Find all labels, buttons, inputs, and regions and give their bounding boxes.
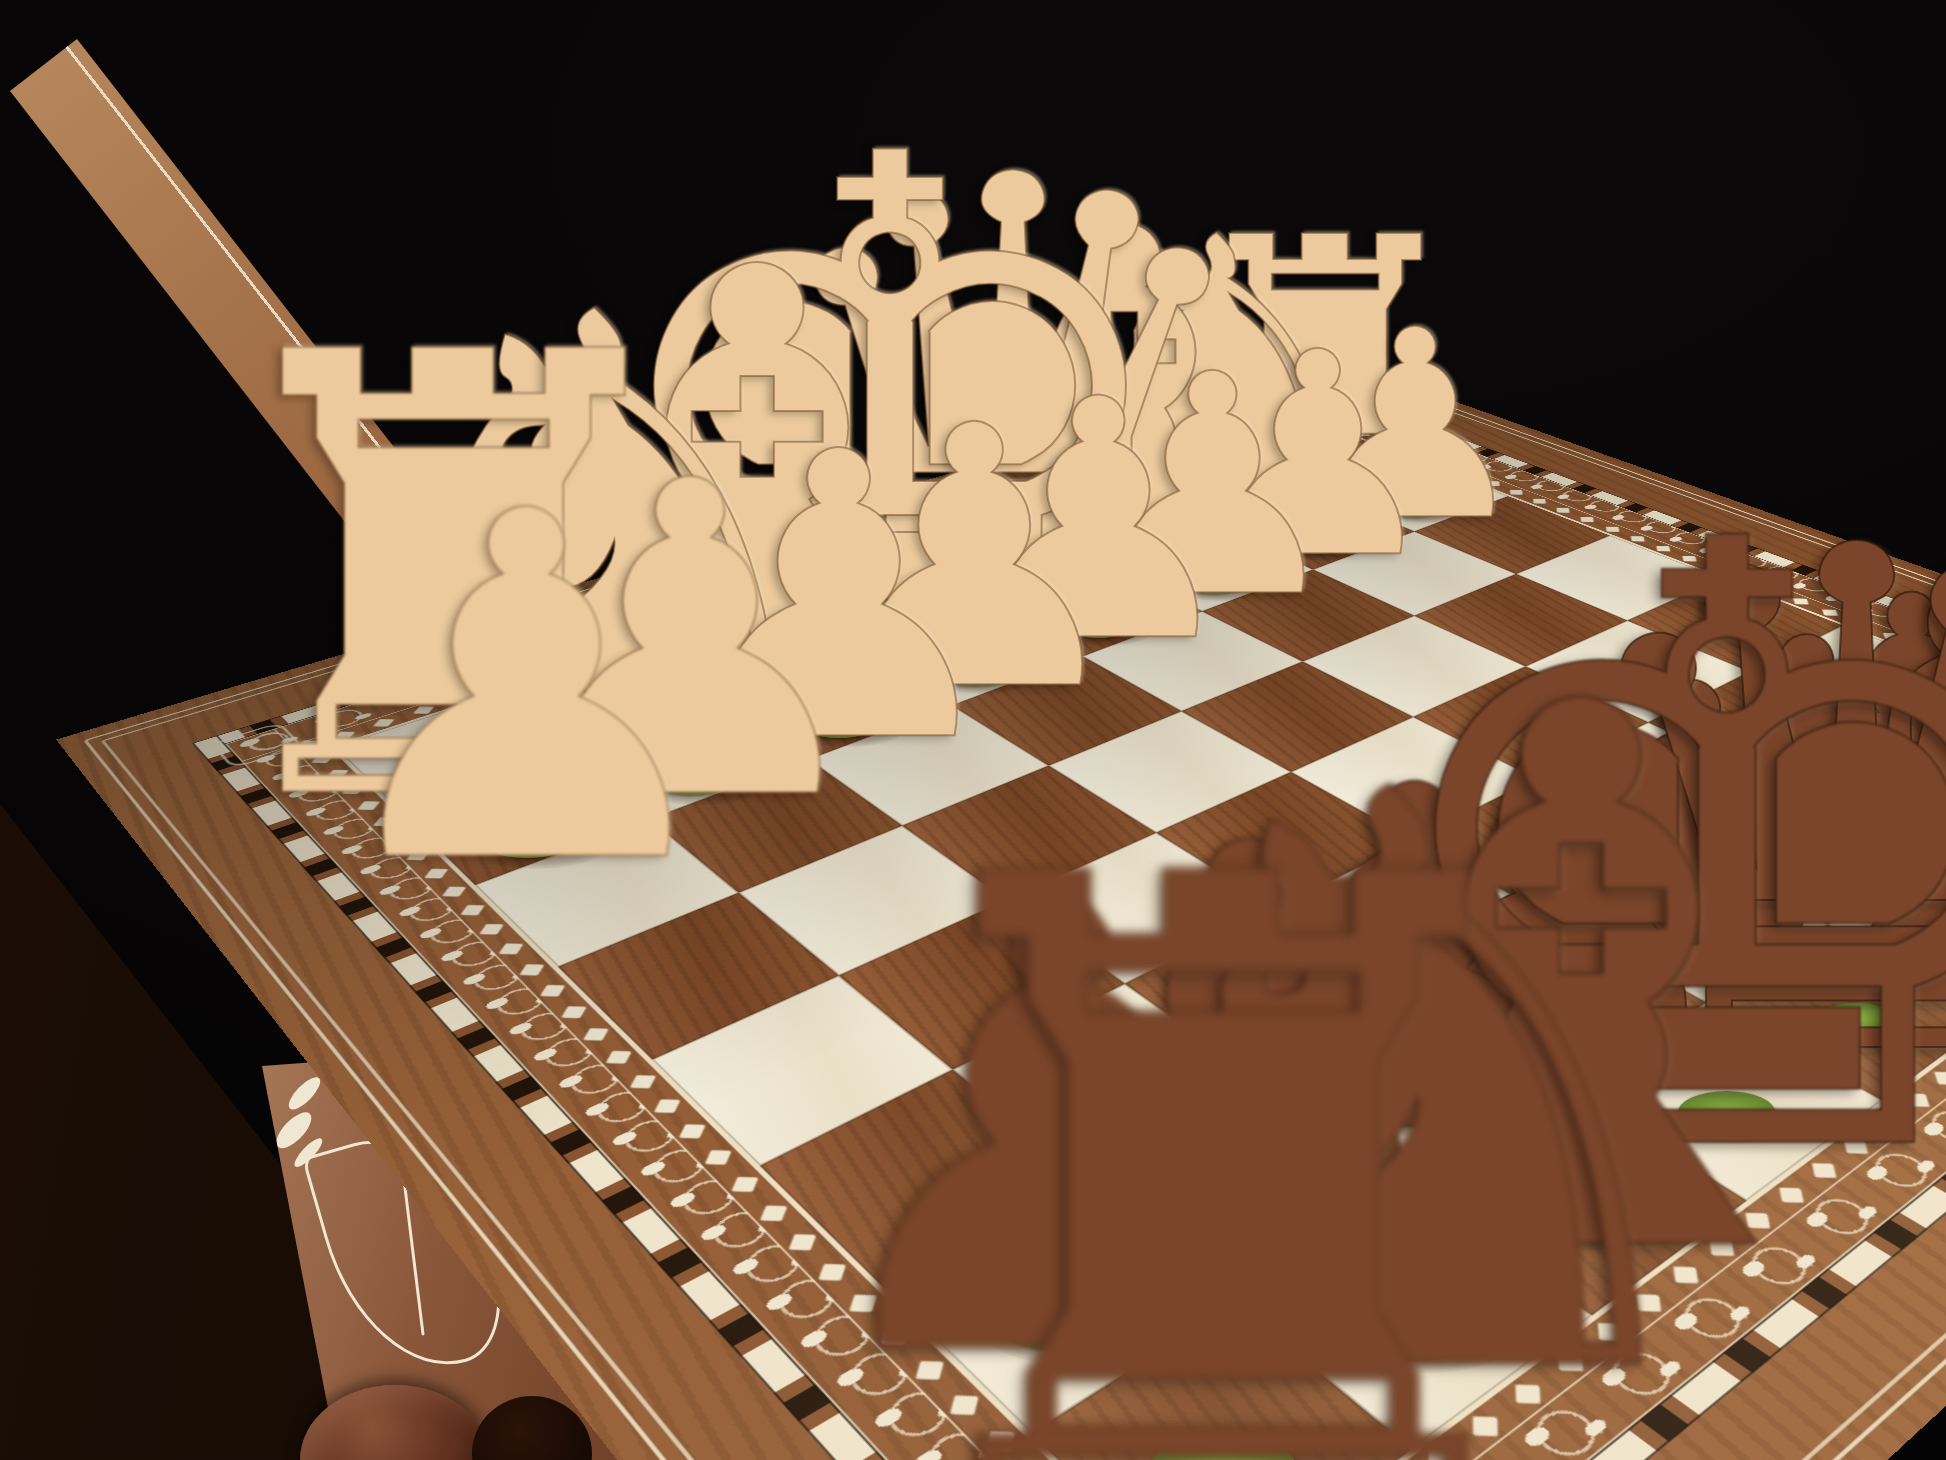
inlay-diamond [630,638,648,644]
inlay-diamond [1737,577,1752,583]
piece-anchor [494,735,498,737]
piece-anchor [1457,1277,1463,1281]
inlay-diamond [706,1150,732,1164]
inlay-diamond [1533,499,1545,504]
inlay-diamond [882,1327,909,1344]
inlay-diamond [1674,1266,1698,1282]
inlay-diamond [358,801,380,809]
inlay-diamond [1779,1188,1803,1203]
piece-anchor [721,659,725,661]
inlay-diamond [1581,517,1594,522]
piece-anchor [1832,833,1836,835]
inlay-diamond [729,607,746,613]
inlay-diamond [520,964,544,975]
piece-anchor [790,636,794,638]
inlay-diamond [562,1006,586,1018]
piece-anchor [1005,641,1009,643]
inlay-diamond [1400,448,1411,452]
piece-anchor [649,770,653,772]
inlay-diamond [992,523,1006,528]
piece-anchor [1238,557,1241,558]
inlay-diamond [425,868,448,877]
inlay-diamond [821,577,837,583]
inlay-diamond [312,755,334,763]
inlay-diamond [1875,1116,1899,1129]
piece-anchor [1291,538,1294,539]
piece-anchor [873,689,877,691]
piece-anchor [1884,802,1888,804]
inlay-diamond [1045,506,1059,511]
piece-anchor [1539,1220,1545,1224]
inlay-diamond [374,817,396,826]
inlay-diamond [1683,556,1697,561]
piece-anchor [1593,976,1598,979]
piece-anchor [856,614,860,616]
inlay-diamond [407,851,430,860]
piece-anchor [1202,498,1205,499]
inlay-diamond [1359,432,1370,436]
piece-anchor [1719,901,1724,904]
piece-anchor [1935,772,1939,774]
inlay-diamond [1822,609,1838,615]
piece-anchor [1777,866,1781,868]
piece-anchor [1096,534,1099,535]
inlay-diamond [607,1051,632,1063]
piece-anchor [649,683,653,685]
inlay-diamond [374,719,395,726]
piece-anchor [1390,502,1393,503]
inlay-diamond [1709,566,1723,571]
inlay-diamond [1883,633,1899,639]
piece-anchor [1150,516,1153,517]
chess-table-photo: ♜♞♟♝♟♛♟♚♟♝♟♞♟♟♜♟♟♜♟♟♞♟♝♟♛♟♚♟♝♟♞♜ [0,0,1946,1460]
inlay-diamond [1145,474,1158,479]
inlay-diamond [880,558,895,563]
inlay-diamond [1339,424,1350,428]
piece-anchor [801,715,805,717]
inlay-diamond [1487,481,1499,486]
inlay-diamond [760,596,776,602]
inlay-diamond [819,1264,846,1280]
inlay-diamond [1516,1384,1540,1403]
inlay-diamond [561,660,580,667]
inlay-diamond [1636,1294,1660,1311]
inlay-diamond [1070,498,1083,503]
piece-anchor [1040,553,1043,554]
inlay-diamond [480,924,504,934]
piece-anchor [1883,985,1888,988]
inlay-diamond [789,1234,816,1250]
inlay-diamond [680,1124,706,1138]
piece-anchor [1291,1156,1296,1160]
inlay-diamond [916,1360,943,1378]
piece-anchor [1300,465,1303,466]
inlay-diamond [342,785,364,793]
inlay-diamond [1319,417,1330,421]
piece-anchor [1759,1070,1764,1073]
inlay-diamond [1631,536,1644,541]
inlay-diamond [390,834,413,843]
inlay-diamond [1120,482,1133,487]
inlay-diamond [541,985,565,996]
piece-anchor [1617,1167,1623,1171]
inlay-diamond [1710,1239,1734,1255]
inlay-diamond [1510,490,1522,495]
inlay-diamond [525,671,544,678]
piece-anchor [1342,520,1345,521]
inlay-diamond [461,905,484,915]
inlay-diamond [950,1395,978,1414]
inlay-diamond [1429,1449,1453,1460]
piece-anchor [981,572,984,573]
inlay-diamond [1934,1072,1946,1085]
inlay-diamond [1282,431,1293,435]
inlay-diamond [1443,464,1454,468]
inlay-diamond [1844,1139,1868,1153]
inlay-diamond [327,770,349,778]
inlay-diamond [1812,1163,1836,1177]
inlay-diamond [1465,472,1477,476]
inlay-diamond [663,627,680,633]
inlay-diamond [451,694,471,701]
inlay-diamond [696,617,713,623]
piece-anchor [1252,481,1255,482]
inlay-diamond [1192,459,1204,463]
inlay-diamond [443,886,466,896]
inlay-diamond [1304,424,1315,428]
inlay-diamond [1745,1213,1769,1228]
inlay-diamond [488,683,507,690]
inlay-diamond [791,587,807,593]
piece-anchor [940,665,944,667]
piece-anchor [1109,1264,1115,1268]
piece-anchor [1183,577,1186,578]
inlay-diamond [1238,445,1250,449]
piece-anchor [1008,1325,1014,1329]
inlay-diamond [851,568,866,574]
inlay-diamond [655,1099,680,1112]
piece-anchor [727,741,731,743]
piece-anchor [410,763,414,765]
inlay-diamond [1473,1416,1497,1435]
piece-anchor [1203,1208,1209,1212]
inlay-diamond [1096,490,1109,495]
piece-anchor [1657,938,1662,941]
inlay-diamond [1380,440,1391,444]
inlay-diamond [334,732,355,740]
piece-anchor [568,799,572,801]
inlay-diamond [733,1177,759,1192]
inlay-diamond [760,1205,786,1220]
inlay-diamond [1914,645,1931,651]
piece-anchor [1373,1107,1378,1110]
inlay-diamond [1606,526,1619,531]
inlay-diamond [1169,467,1181,471]
inlay-diamond [1656,546,1670,551]
inlay-diamond [1905,1094,1929,1107]
piece-anchor [1822,1027,1827,1030]
piece-anchor [1347,450,1350,451]
piece-anchor [1690,1117,1695,1120]
piece-anchor [1367,1338,1373,1342]
inlay-diamond [584,1028,609,1040]
inlay-diamond [987,1431,1015,1451]
inlay-diamond [1557,508,1570,513]
piece-anchor [1437,485,1440,486]
inlay-diamond [1793,598,1808,604]
inlay-diamond [1019,514,1033,519]
piece-anchor [1940,946,1945,949]
inlay-diamond [1260,438,1272,442]
inlay-diamond [1558,1353,1582,1371]
piece-anchor [572,709,576,711]
inlay-diamond [413,707,433,714]
inlay-diamond [909,549,924,554]
inlay-diamond [1765,587,1780,593]
piece-anchor [1451,1060,1456,1063]
inlay-diamond [500,943,524,954]
inlay-diamond [965,531,979,536]
inlay-diamond [1852,621,1868,627]
inlay-diamond [1215,452,1227,456]
piece-anchor [1524,1017,1529,1020]
inlay-diamond [630,1075,655,1088]
inlay-diamond [1598,1323,1622,1340]
piece-anchor [1272,1404,1278,1409]
inlay-diamond [596,649,614,655]
piece-anchor [1067,619,1071,621]
inlay-diamond [1421,456,1432,460]
inlay-diamond [850,1295,877,1312]
piece-anchor [481,830,485,832]
piece-anchor [1127,597,1130,598]
piece-anchor [920,593,923,594]
inlay-diamond [937,540,952,545]
